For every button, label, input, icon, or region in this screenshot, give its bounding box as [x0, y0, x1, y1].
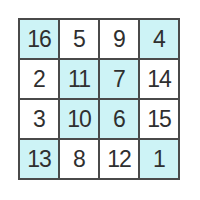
cell-r3c1: 3 — [20, 100, 58, 138]
cell-r3c4: 15 — [140, 100, 178, 138]
cell-r2c2: 11 — [60, 60, 98, 98]
cell-r4c3: 12 — [100, 140, 138, 178]
magic-square-diagram: 16 5 9 4 2 11 7 14 3 10 6 15 13 8 12 1 — [0, 0, 200, 200]
cell-r2c3: 7 — [100, 60, 138, 98]
magic-square-board: 16 5 9 4 2 11 7 14 3 10 6 15 13 8 12 1 — [18, 18, 180, 180]
cell-r4c2: 8 — [60, 140, 98, 178]
cell-r1c2: 5 — [60, 20, 98, 58]
cell-r1c4: 4 — [140, 20, 178, 58]
cell-r2c4: 14 — [140, 60, 178, 98]
cell-r4c1: 13 — [20, 140, 58, 178]
cell-r2c1: 2 — [20, 60, 58, 98]
cell-r3c2: 10 — [60, 100, 98, 138]
cell-r1c1: 16 — [20, 20, 58, 58]
cell-r4c4: 1 — [140, 140, 178, 178]
cell-r1c3: 9 — [100, 20, 138, 58]
cell-r3c3: 6 — [100, 100, 138, 138]
